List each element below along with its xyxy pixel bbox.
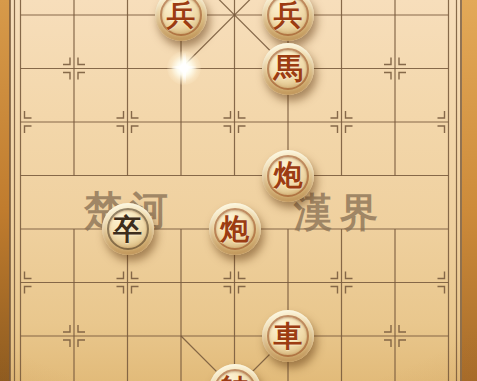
piece-glyph: 炮 xyxy=(274,161,303,190)
piece-glyph: 卒 xyxy=(113,215,142,244)
xiangqi-board[interactable]: 楚河 漢界 兵兵馬炮炮卒車帥 xyxy=(0,0,477,381)
piece-glyph: 炮 xyxy=(220,215,249,244)
piece-red-chariot[interactable]: 車 xyxy=(262,310,314,362)
piece-glyph: 兵 xyxy=(167,1,196,30)
piece-black-soldier[interactable]: 卒 xyxy=(102,203,154,255)
river-label-han-jie: 漢界 xyxy=(294,186,386,240)
sparkle-ray-horizontal xyxy=(171,66,197,69)
piece-glyph: 兵 xyxy=(274,1,303,30)
piece-glyph: 馬 xyxy=(274,54,303,83)
piece-red-cannon[interactable]: 炮 xyxy=(209,203,261,255)
piece-red-cannon[interactable]: 炮 xyxy=(262,150,314,202)
piece-red-horse[interactable]: 馬 xyxy=(262,43,314,95)
piece-glyph: 車 xyxy=(274,322,303,351)
board-grid xyxy=(0,0,477,381)
piece-glyph: 帥 xyxy=(220,375,249,381)
